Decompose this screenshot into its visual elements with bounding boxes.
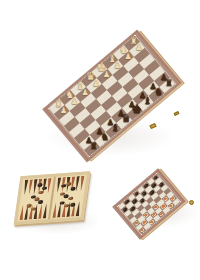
backgammon-left-leaf — [18, 178, 53, 221]
backgammon-point — [46, 178, 52, 194]
backgammon-point — [52, 202, 58, 218]
checkers-board-grid — [117, 173, 181, 235]
backgammon-point — [76, 201, 82, 217]
backgammon-point — [38, 203, 44, 219]
checkers-board — [112, 168, 186, 240]
black-rook: ♜ — [165, 79, 173, 88]
checkers-board-frame — [112, 168, 186, 240]
backgammon-checker-brown — [68, 196, 73, 200]
chess-board-frame: ♜♞♝♛♚♝♞♜♟♟♟♟♟♟♟♟♟♟♟♟♟♟♟♟♜♞♝♛♚♝♞♜ — [42, 30, 182, 163]
backgammon-point — [79, 176, 85, 192]
brass-clasp-icon — [149, 123, 156, 129]
backgammon-case — [14, 171, 91, 224]
chess-board-grid: ♜♞♝♛♚♝♞♜♟♟♟♟♟♟♟♟♟♟♟♟♟♟♟♟♜♞♝♛♚♝♞♜ — [48, 35, 176, 157]
backgammon-board — [14, 171, 91, 224]
chess-board: ♜♞♝♛♚♝♞♜♟♟♟♟♟♟♟♟♟♟♟♟♟♟♟♟♜♞♝♛♚♝♞♜ — [42, 30, 182, 163]
backgammon-point — [23, 180, 29, 196]
product-photo: ♜♞♝♛♚♝♞♜♟♟♟♟♟♟♟♟♟♟♟♟♟♟♟♟♜♞♝♛♚♝♞♜ — [0, 0, 200, 280]
backgammon-point — [27, 179, 33, 195]
backgammon-point — [43, 203, 49, 219]
brass-hinge-icon — [174, 111, 180, 116]
backgammon-points-bottom — [19, 203, 48, 220]
backgammon-point — [19, 205, 25, 221]
brass-hinge-icon — [189, 200, 194, 205]
backgammon-right-leaf — [51, 176, 86, 219]
